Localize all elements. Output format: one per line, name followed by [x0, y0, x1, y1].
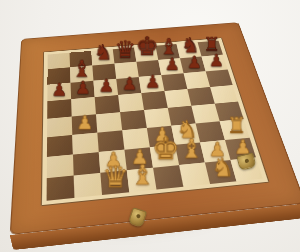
square-b1[interactable]	[74, 173, 102, 198]
white-rook[interactable]: ♜	[227, 115, 247, 137]
brass-clasp-pin	[244, 159, 249, 164]
black-pawn[interactable]: ♟	[75, 79, 91, 97]
chess-board: ♞♛♚♝♞♜♝♟♟♟♟♟♟♟♟♟♟♞♜♟♟♚♝♟♟♛♝♞	[10, 22, 300, 235]
white-queen[interactable]: ♛	[102, 162, 129, 192]
black-pawn[interactable]: ♟	[209, 52, 224, 69]
square-d6[interactable]: ♟	[116, 77, 141, 95]
square-g1[interactable]: ♞	[205, 160, 237, 184]
board-perspective-wrap: ♞♛♚♝♞♜♝♟♟♟♟♟♟♟♟♟♟♞♜♟♟♚♝♟♟♛♝♞	[10, 0, 290, 250]
square-h7[interactable]: ♟	[202, 55, 228, 72]
white-knight[interactable]: ♞	[211, 155, 234, 181]
black-pawn[interactable]: ♟	[187, 54, 202, 71]
black-pawn[interactable]: ♟	[165, 56, 180, 73]
square-b4[interactable]: ♟	[72, 114, 98, 135]
square-c6[interactable]: ♟	[93, 79, 118, 97]
black-queen[interactable]: ♛	[115, 38, 136, 62]
black-pawn[interactable]: ♟	[51, 81, 67, 99]
square-e8[interactable]: ♚	[134, 46, 158, 62]
white-king[interactable]: ♚	[152, 134, 179, 165]
square-f2[interactable]: ♝	[175, 142, 205, 165]
white-pawn[interactable]: ♟	[76, 114, 93, 133]
black-pawn[interactable]: ♟	[145, 73, 161, 90]
black-pawn[interactable]: ♟	[122, 75, 138, 92]
square-h6[interactable]	[206, 69, 233, 87]
square-e5[interactable]	[141, 91, 167, 110]
black-knight[interactable]: ♞	[94, 42, 113, 63]
square-a2[interactable]	[47, 155, 74, 179]
square-b3[interactable]	[72, 133, 98, 155]
board-grid: ♞♛♚♝♞♜♝♟♟♟♟♟♟♟♟♟♟♞♜♟♟♚♝♟♟♛♝♞	[47, 41, 263, 201]
black-pawn[interactable]: ♟	[98, 77, 114, 95]
square-a4[interactable]	[47, 117, 72, 138]
square-c8[interactable]: ♞	[91, 49, 114, 65]
square-e1[interactable]	[153, 165, 183, 189]
square-g7[interactable]: ♟	[180, 56, 206, 73]
white-bishop[interactable]: ♝	[180, 136, 203, 162]
photo-background: ♞♛♚♝♞♜♝♟♟♟♟♟♟♟♟♟♟♞♜♟♟♚♝♟♟♛♝♞	[0, 0, 300, 252]
square-a1[interactable]	[47, 176, 75, 201]
black-king[interactable]: ♚	[136, 34, 159, 60]
white-bishop[interactable]: ♝	[130, 162, 154, 189]
square-d4[interactable]	[120, 110, 147, 130]
board-rim: ♞♛♚♝♞♜♝♟♟♟♟♟♟♟♟♟♟♞♜♟♟♚♝♟♟♛♝♞	[41, 38, 270, 207]
square-b2[interactable]	[73, 152, 100, 175]
board-front-edge	[10, 203, 300, 250]
square-a3[interactable]	[47, 135, 73, 157]
square-d1[interactable]: ♝	[127, 168, 157, 193]
brass-clasp-pin	[135, 214, 140, 219]
square-d5[interactable]	[118, 93, 144, 112]
square-b6[interactable]: ♟	[71, 81, 95, 99]
square-c1[interactable]: ♛	[100, 170, 129, 195]
square-c4[interactable]	[96, 112, 122, 132]
square-d8[interactable]: ♛	[113, 47, 137, 63]
